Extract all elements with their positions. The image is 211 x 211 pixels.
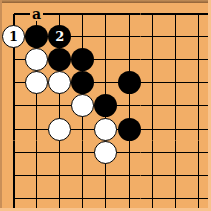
- intersection-H19[interactable]: [164, 2, 187, 25]
- intersection-D15[interactable]: [71, 94, 94, 117]
- white-stone-C16: [48, 71, 71, 94]
- intersection-E19[interactable]: [94, 2, 117, 25]
- intersection-H11[interactable]: [164, 187, 187, 210]
- intersection-H16[interactable]: [164, 71, 187, 94]
- intersection-C17[interactable]: [48, 48, 71, 71]
- intersection-J13[interactable]: [187, 141, 210, 164]
- intersection-F16[interactable]: [117, 71, 140, 94]
- intersection-D13[interactable]: [71, 141, 94, 164]
- intersection-B13[interactable]: [25, 141, 48, 164]
- intersection-A17[interactable]: [2, 48, 25, 71]
- intersection-F11[interactable]: [117, 187, 140, 210]
- intersection-C13[interactable]: [48, 141, 71, 164]
- intersection-E15[interactable]: [94, 94, 117, 117]
- point-label-a: a: [30, 7, 43, 21]
- board-edge-top: [0, 0, 211, 3]
- intersection-B17[interactable]: [25, 48, 48, 71]
- intersection-E17[interactable]: [94, 48, 117, 71]
- intersection-B11[interactable]: [25, 187, 48, 210]
- intersection-G16[interactable]: [141, 71, 164, 94]
- white-stone-D15: [71, 94, 94, 117]
- intersection-G12[interactable]: [141, 164, 164, 187]
- intersection-B12[interactable]: [25, 164, 48, 187]
- intersection-F13[interactable]: [117, 141, 140, 164]
- move-number-label-1: 1: [9, 30, 18, 43]
- intersection-F19[interactable]: [117, 2, 140, 25]
- black-stone-D16: [71, 71, 94, 94]
- go-board: a12: [2, 2, 210, 210]
- black-stone-F14: [118, 118, 141, 141]
- intersection-G17[interactable]: [141, 48, 164, 71]
- intersection-E14[interactable]: [94, 117, 117, 140]
- intersection-E18[interactable]: [94, 25, 117, 48]
- intersection-E13[interactable]: [94, 141, 117, 164]
- white-stone-C14: [48, 118, 71, 141]
- white-stone-B16: [25, 71, 48, 94]
- intersection-H14[interactable]: [164, 117, 187, 140]
- intersection-E11[interactable]: [94, 187, 117, 210]
- intersection-B18[interactable]: [25, 25, 48, 48]
- intersection-D16[interactable]: [71, 71, 94, 94]
- intersection-A14[interactable]: [2, 117, 25, 140]
- intersection-C15[interactable]: [48, 94, 71, 117]
- intersection-A16[interactable]: [2, 71, 25, 94]
- intersection-C11[interactable]: [48, 187, 71, 210]
- intersection-H12[interactable]: [164, 164, 187, 187]
- intersection-H15[interactable]: [164, 94, 187, 117]
- white-stone-B17: [25, 48, 48, 71]
- intersection-F18[interactable]: [117, 25, 140, 48]
- intersection-D18[interactable]: [71, 25, 94, 48]
- intersection-D17[interactable]: [71, 48, 94, 71]
- intersection-A15[interactable]: [2, 94, 25, 117]
- move-number-label-2: 2: [55, 30, 64, 43]
- intersection-J12[interactable]: [187, 164, 210, 187]
- board-edge-left: [0, 0, 2, 211]
- intersection-D11[interactable]: [71, 187, 94, 210]
- intersection-F14[interactable]: [117, 117, 140, 140]
- white-stone-E14: [94, 118, 117, 141]
- black-stone-D17: [71, 48, 94, 71]
- board-edge-bottom: [0, 208, 211, 211]
- intersection-C19[interactable]: [48, 2, 71, 25]
- intersection-G15[interactable]: [141, 94, 164, 117]
- intersection-D19[interactable]: [71, 2, 94, 25]
- intersection-H17[interactable]: [164, 48, 187, 71]
- intersection-C12[interactable]: [48, 164, 71, 187]
- intersection-C16[interactable]: [48, 71, 71, 94]
- intersection-D14[interactable]: [71, 117, 94, 140]
- intersection-G18[interactable]: [141, 25, 164, 48]
- intersection-J17[interactable]: [187, 48, 210, 71]
- intersection-F12[interactable]: [117, 164, 140, 187]
- intersection-C14[interactable]: [48, 117, 71, 140]
- intersection-B14[interactable]: [25, 117, 48, 140]
- board-edge-right: [208, 0, 211, 211]
- intersection-J19[interactable]: [187, 2, 210, 25]
- intersection-J14[interactable]: [187, 117, 210, 140]
- black-stone-B18: [25, 25, 48, 48]
- intersection-H18[interactable]: [164, 25, 187, 48]
- intersection-B19[interactable]: a: [25, 2, 48, 25]
- intersection-A18[interactable]: 1: [2, 25, 25, 48]
- intersection-C18[interactable]: 2: [48, 25, 71, 48]
- intersection-A12[interactable]: [2, 164, 25, 187]
- black-stone-E15: [94, 94, 117, 117]
- intersection-E16[interactable]: [94, 71, 117, 94]
- black-stone-C18: 2: [48, 25, 71, 48]
- go-diagram: a12: [0, 0, 211, 211]
- intersection-G11[interactable]: [141, 187, 164, 210]
- intersection-A19[interactable]: [2, 2, 25, 25]
- black-stone-C17: [48, 48, 71, 71]
- intersection-F15[interactable]: [117, 94, 140, 117]
- intersection-A11[interactable]: [2, 187, 25, 210]
- intersection-J11[interactable]: [187, 187, 210, 210]
- intersection-E12[interactable]: [94, 164, 117, 187]
- intersection-J18[interactable]: [187, 25, 210, 48]
- intersection-G14[interactable]: [141, 117, 164, 140]
- intersection-H13[interactable]: [164, 141, 187, 164]
- white-stone-E13: [94, 141, 117, 164]
- intersection-J16[interactable]: [187, 71, 210, 94]
- intersection-A13[interactable]: [2, 141, 25, 164]
- intersection-B16[interactable]: [25, 71, 48, 94]
- intersection-F17[interactable]: [117, 48, 140, 71]
- intersection-D12[interactable]: [71, 164, 94, 187]
- intersection-G19[interactable]: [141, 2, 164, 25]
- intersection-B15[interactable]: [25, 94, 48, 117]
- white-stone-A18: 1: [2, 25, 25, 48]
- intersection-J15[interactable]: [187, 94, 210, 117]
- intersection-G13[interactable]: [141, 141, 164, 164]
- black-stone-F16: [118, 71, 141, 94]
